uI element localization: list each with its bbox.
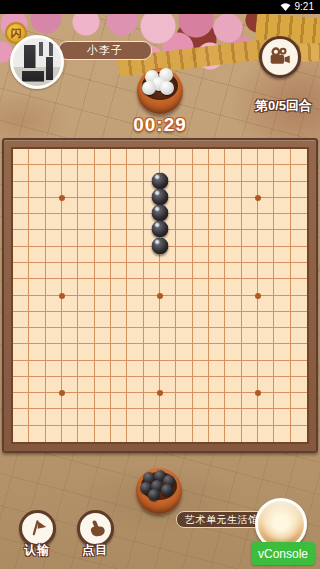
count-label: 点目 [65,542,125,559]
board-inner [11,147,309,444]
star-point [59,390,65,396]
black-stone [152,205,169,222]
star-point [255,195,261,201]
black-stone [152,237,169,254]
status-bar: 9:21 [0,0,320,14]
star-point [59,195,65,201]
board-points [13,149,307,442]
opponent-avatar[interactable] [10,35,64,89]
star-point [255,390,261,396]
go-board[interactable] [2,138,318,453]
video-camera-icon [267,44,293,70]
status-time: 9:21 [295,0,314,14]
venue-label: 艺术单元生活馆 [185,513,259,527]
white-stones-bowl [137,68,183,114]
wifi-icon [280,2,291,12]
black-stones-bowl [136,468,182,514]
white-stone [142,81,156,95]
round-counter: 第0/5回合 [255,97,312,115]
star-point [157,293,163,299]
record-button[interactable] [259,36,301,78]
vconsole-button[interactable]: vConsole [251,542,315,565]
flag-icon [27,518,49,540]
black-stone [161,484,173,496]
venue-banner: 艺术单元生活馆 [176,511,268,528]
star-point [255,293,261,299]
pointing-hand-icon [85,518,107,540]
black-stone [152,172,169,189]
move-timer: 00:29 [0,114,320,136]
white-stone [160,81,174,95]
opponent-name: 小李子 [87,43,123,58]
black-stone [152,221,169,238]
black-stone [152,188,169,205]
opponent-nameplate: 小李子 [58,41,152,60]
black-stone [148,489,160,501]
star-point [157,390,163,396]
app-screen: 9:21 闪 小李子 00:29 第0/5回合 [0,0,320,569]
star-point [59,293,65,299]
resign-label: 认输 [7,542,67,559]
